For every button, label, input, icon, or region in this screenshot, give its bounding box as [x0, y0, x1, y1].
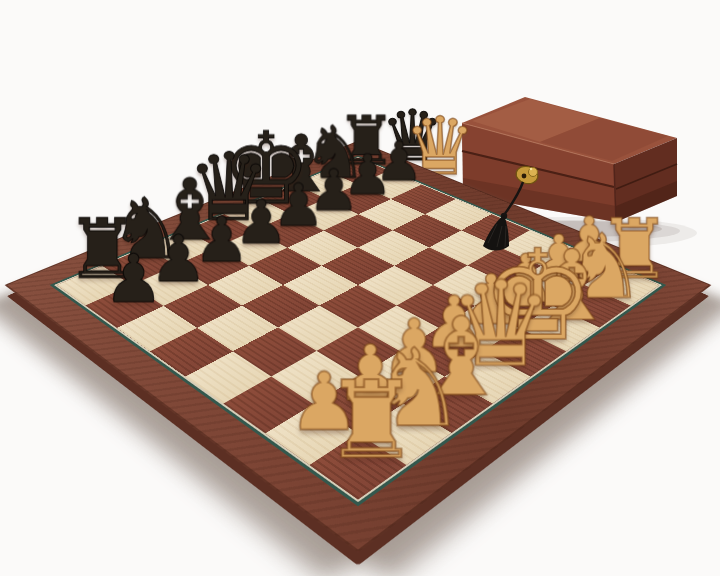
white-rook-a1[interactable]: ♜ — [279, 367, 463, 474]
black-pawn-a7[interactable]: ♟ — [60, 245, 207, 312]
square-a7[interactable]: ♟ — [86, 285, 164, 328]
square-a1[interactable]: ♜ — [310, 433, 407, 499]
chess-set-photo: ♛♛ ♜♞♝♛♚♝♞♜♟♟♟♟♟♟♟♟♟♟♟♟♟♟♟♟♜♞♝♛♚♝♞♜ — [0, 0, 720, 576]
